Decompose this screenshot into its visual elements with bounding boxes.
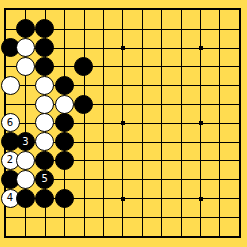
black-stone [74,57,93,76]
black-stone [55,76,74,95]
star-point [121,46,125,50]
black-stone-move-3: 3 [16,132,35,151]
black-stone [74,95,93,114]
black-stone-move-5: 5 [35,170,54,189]
go-diagram: 63254 [0,0,247,247]
white-stone [16,57,35,76]
white-stone [35,76,54,95]
white-stone [55,95,74,114]
white-stone [35,95,54,114]
star-point [199,197,203,201]
grid-line-h [6,217,239,218]
star-point [199,121,203,125]
black-stone [55,113,74,132]
white-stone [1,76,20,95]
white-stone [16,151,35,170]
black-stone [55,132,74,151]
star-point [121,121,125,125]
black-stone [35,189,54,208]
go-board: 63254 [0,0,247,247]
star-point [199,46,203,50]
white-stone-move-6: 6 [1,113,20,132]
black-stone [16,189,35,208]
white-stone [16,38,35,57]
black-stone [55,189,74,208]
star-point [121,197,125,201]
black-stone [55,151,74,170]
white-stone [16,170,35,189]
